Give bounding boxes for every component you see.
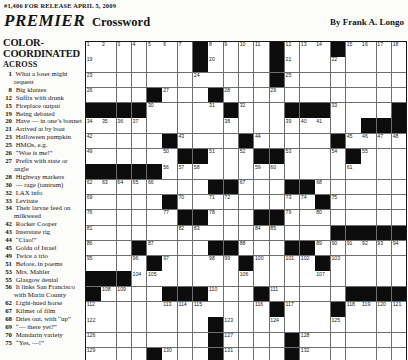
grid-cell[interactable]: 20 [208, 57, 223, 72]
grid-cell[interactable] [178, 118, 193, 133]
grid-cell[interactable] [346, 271, 361, 286]
grid-cell[interactable] [392, 88, 407, 103]
grid-cell[interactable]: 108 [101, 287, 116, 302]
grid-cell[interactable]: 44 [254, 134, 269, 149]
grid-cell[interactable] [331, 73, 346, 88]
grid-cell[interactable]: 100 [254, 256, 269, 271]
grid-cell[interactable]: 71 [208, 195, 223, 210]
grid-cell[interactable] [132, 348, 147, 360]
grid-cell[interactable]: 94 [392, 241, 407, 256]
grid-cell[interactable] [315, 333, 330, 348]
grid-cell[interactable] [300, 317, 315, 332]
grid-cell[interactable]: 63 [101, 180, 116, 195]
grid-cell[interactable] [331, 180, 346, 195]
grid-cell[interactable]: 93 [377, 241, 392, 256]
grid-cell[interactable] [331, 333, 346, 348]
grid-cell[interactable] [117, 149, 132, 164]
grid-cell[interactable] [331, 210, 346, 225]
grid-cell[interactable] [193, 118, 208, 133]
grid-cell[interactable] [193, 103, 208, 118]
grid-cell[interactable]: 61 [346, 164, 361, 179]
grid-cell[interactable] [377, 88, 392, 103]
grid-cell[interactable] [193, 195, 208, 210]
grid-cell[interactable]: 122 [86, 317, 101, 332]
grid-cell[interactable] [162, 241, 177, 256]
grid-cell[interactable]: 9 [224, 42, 239, 57]
grid-cell[interactable] [162, 73, 177, 88]
grid-cell[interactable] [254, 271, 269, 286]
grid-cell[interactable]: 43 [178, 134, 193, 149]
grid-cell[interactable] [117, 195, 132, 210]
grid-cell[interactable] [101, 134, 116, 149]
grid-cell[interactable]: 52 [239, 149, 254, 164]
grid-cell[interactable] [346, 333, 361, 348]
grid-cell[interactable]: 82 [178, 226, 193, 241]
grid-cell[interactable] [285, 271, 300, 286]
grid-cell[interactable]: 81 [86, 226, 101, 241]
grid-cell[interactable] [315, 57, 330, 72]
grid-cell[interactable]: 107 [315, 271, 330, 286]
grid-cell[interactable]: 2 [101, 42, 116, 57]
grid-cell[interactable] [254, 103, 269, 118]
grid-cell[interactable] [377, 149, 392, 164]
grid-cell[interactable]: 3 [117, 42, 132, 57]
grid-cell[interactable] [270, 348, 285, 360]
grid-cell[interactable] [254, 333, 269, 348]
grid-cell[interactable] [224, 271, 239, 286]
grid-cell[interactable] [392, 348, 407, 360]
grid-cell[interactable] [315, 287, 330, 302]
grid-cell[interactable] [147, 118, 162, 133]
grid-cell[interactable] [101, 317, 116, 332]
grid-cell[interactable] [117, 73, 132, 88]
grid-cell[interactable]: 80 [315, 210, 330, 225]
grid-cell[interactable] [377, 73, 392, 88]
grid-cell[interactable]: 113 [162, 302, 177, 317]
grid-cell[interactable] [300, 88, 315, 103]
grid-cell[interactable]: 129 [86, 348, 101, 360]
grid-cell[interactable]: 79 [285, 210, 300, 225]
grid-cell[interactable]: 58 [193, 164, 208, 179]
grid-cell[interactable] [101, 348, 116, 360]
grid-cell[interactable]: 106 [239, 271, 254, 286]
grid-cell[interactable] [117, 226, 132, 241]
grid-cell[interactable]: 25 [285, 73, 300, 88]
grid-cell[interactable] [239, 210, 254, 225]
grid-cell[interactable] [392, 317, 407, 332]
grid-cell[interactable]: 78 [208, 210, 223, 225]
grid-cell[interactable] [346, 256, 361, 271]
grid-cell[interactable] [224, 73, 239, 88]
grid-cell[interactable]: 10 [239, 42, 254, 57]
grid-cell[interactable] [331, 118, 346, 133]
grid-cell[interactable]: 112 [86, 302, 101, 317]
grid-cell[interactable] [239, 73, 254, 88]
grid-cell[interactable] [101, 195, 116, 210]
grid-cell[interactable]: 48 [392, 134, 407, 149]
grid-cell[interactable] [101, 256, 116, 271]
grid-cell[interactable] [132, 226, 147, 241]
grid-cell[interactable] [117, 134, 132, 149]
grid-cell[interactable] [392, 57, 407, 72]
grid-cell[interactable]: 5 [147, 42, 162, 57]
grid-cell[interactable] [346, 88, 361, 103]
grid-cell[interactable]: 72 [224, 195, 239, 210]
grid-cell[interactable] [239, 195, 254, 210]
grid-cell[interactable]: 21 [285, 57, 300, 72]
grid-cell[interactable]: 90 [331, 241, 346, 256]
grid-cell[interactable] [193, 333, 208, 348]
grid-cell[interactable]: 66 [147, 180, 162, 195]
grid-cell[interactable] [117, 317, 132, 332]
grid-cell[interactable] [239, 302, 254, 317]
grid-cell[interactable] [224, 226, 239, 241]
grid-cell[interactable]: 105 [147, 271, 162, 286]
grid-cell[interactable]: 111 [270, 287, 285, 302]
grid-cell[interactable]: 68 [315, 180, 330, 195]
grid-cell[interactable]: 24 [193, 73, 208, 88]
grid-cell[interactable] [346, 103, 361, 118]
grid-cell[interactable] [239, 333, 254, 348]
grid-cell[interactable] [132, 317, 147, 332]
grid-cell[interactable] [315, 302, 330, 317]
grid-cell[interactable] [224, 210, 239, 225]
grid-cell[interactable] [208, 226, 223, 241]
grid-cell[interactable]: 116 [254, 302, 269, 317]
grid-cell[interactable]: 50 [162, 149, 177, 164]
grid-cell[interactable] [101, 226, 116, 241]
grid-cell[interactable]: 83 [193, 226, 208, 241]
grid-cell[interactable]: 51 [208, 149, 223, 164]
grid-cell[interactable]: 91 [346, 241, 361, 256]
grid-cell[interactable] [254, 73, 269, 88]
grid-cell[interactable]: 54 [331, 149, 346, 164]
grid-cell[interactable] [377, 271, 392, 286]
grid-cell[interactable] [270, 180, 285, 195]
grid-cell[interactable] [377, 256, 392, 271]
grid-cell[interactable]: 89 [315, 241, 330, 256]
grid-cell[interactable]: 97 [162, 256, 177, 271]
grid-cell[interactable] [285, 164, 300, 179]
grid-cell[interactable] [239, 226, 254, 241]
grid-cell[interactable] [346, 348, 361, 360]
grid-cell[interactable] [208, 271, 223, 286]
grid-cell[interactable]: 120 [377, 302, 392, 317]
grid-cell[interactable]: 32 [239, 103, 254, 118]
grid-cell[interactable]: 95 [86, 256, 101, 271]
grid-cell[interactable]: 67 [239, 180, 254, 195]
grid-cell[interactable] [147, 195, 162, 210]
grid-cell[interactable] [162, 317, 177, 332]
grid-cell[interactable] [346, 195, 361, 210]
grid-cell[interactable]: 99 [224, 256, 239, 271]
grid-cell[interactable] [254, 88, 269, 103]
grid-cell[interactable]: 88 [239, 241, 254, 256]
grid-cell[interactable]: 18 [392, 42, 407, 57]
grid-cell[interactable] [101, 210, 116, 225]
grid-cell[interactable]: 124 [270, 317, 285, 332]
grid-cell[interactable] [117, 256, 132, 271]
grid-cell[interactable] [178, 333, 193, 348]
grid-cell[interactable]: 37 [132, 118, 147, 133]
grid-cell[interactable]: 31 [208, 103, 223, 118]
grid-cell[interactable]: 114 [178, 302, 193, 317]
grid-cell[interactable] [132, 333, 147, 348]
grid-cell[interactable] [392, 73, 407, 88]
grid-cell[interactable] [239, 57, 254, 72]
grid-cell[interactable] [208, 164, 223, 179]
grid-cell[interactable] [377, 57, 392, 72]
grid-cell[interactable] [193, 256, 208, 271]
grid-cell[interactable]: 75 [331, 195, 346, 210]
grid-cell[interactable] [132, 134, 147, 149]
grid-cell[interactable] [178, 88, 193, 103]
grid-cell[interactable] [285, 317, 300, 332]
grid-cell[interactable] [254, 180, 269, 195]
grid-cell[interactable] [346, 210, 361, 225]
grid-cell[interactable] [254, 195, 269, 210]
grid-cell[interactable] [361, 210, 376, 225]
grid-cell[interactable] [147, 210, 162, 225]
grid-cell[interactable] [392, 195, 407, 210]
grid-cell[interactable] [392, 164, 407, 179]
grid-cell[interactable]: 26 [86, 88, 101, 103]
grid-cell[interactable]: 85 [270, 226, 285, 241]
grid-cell[interactable] [315, 164, 330, 179]
grid-cell[interactable]: 46 [361, 134, 376, 149]
grid-cell[interactable] [178, 73, 193, 88]
grid-cell[interactable] [224, 164, 239, 179]
grid-cell[interactable] [147, 317, 162, 332]
grid-cell[interactable] [224, 57, 239, 72]
grid-cell[interactable] [285, 226, 300, 241]
grid-cell[interactable]: 62 [86, 180, 101, 195]
grid-cell[interactable]: 16 [361, 42, 376, 57]
grid-cell[interactable] [331, 271, 346, 286]
grid-cell[interactable]: 123 [224, 317, 239, 332]
grid-cell[interactable] [132, 287, 147, 302]
grid-cell[interactable]: 109 [117, 287, 132, 302]
grid-cell[interactable] [147, 287, 162, 302]
grid-cell[interactable]: 98 [208, 256, 223, 271]
grid-cell[interactable] [331, 287, 346, 302]
grid-cell[interactable] [300, 302, 315, 317]
grid-cell[interactable]: 128 [300, 333, 315, 348]
grid-cell[interactable] [270, 195, 285, 210]
grid-cell[interactable] [147, 73, 162, 88]
grid-cell[interactable] [254, 57, 269, 72]
grid-cell[interactable] [254, 317, 269, 332]
grid-cell[interactable]: 4 [132, 42, 147, 57]
grid-cell[interactable]: 64 [117, 180, 132, 195]
grid-cell[interactable] [117, 348, 132, 360]
grid-cell[interactable]: 34 [86, 118, 101, 133]
grid-cell[interactable] [377, 195, 392, 210]
grid-cell[interactable]: 47 [377, 134, 392, 149]
grid-cell[interactable]: 131 [224, 348, 239, 360]
grid-cell[interactable] [178, 241, 193, 256]
grid-cell[interactable]: 55 [361, 149, 376, 164]
grid-cell[interactable] [270, 256, 285, 271]
grid-cell[interactable]: 84 [254, 226, 269, 241]
grid-cell[interactable] [361, 164, 376, 179]
grid-cell[interactable] [346, 317, 361, 332]
grid-cell[interactable] [239, 118, 254, 133]
grid-cell[interactable]: 27 [162, 88, 177, 103]
grid-cell[interactable]: 42 [86, 134, 101, 149]
grid-cell[interactable]: 70 [178, 195, 193, 210]
grid-cell[interactable]: 56 [162, 164, 177, 179]
grid-cell[interactable]: 57 [178, 164, 193, 179]
grid-cell[interactable] [208, 73, 223, 88]
grid-cell[interactable]: 127 [224, 333, 239, 348]
grid-cell[interactable] [239, 164, 254, 179]
grid-cell[interactable] [147, 333, 162, 348]
grid-cell[interactable] [331, 164, 346, 179]
grid-cell[interactable] [377, 317, 392, 332]
grid-cell[interactable] [300, 226, 315, 241]
grid-cell[interactable]: 101 [285, 256, 300, 271]
grid-cell[interactable] [270, 103, 285, 118]
grid-cell[interactable] [331, 348, 346, 360]
grid-cell[interactable]: 19 [86, 57, 101, 72]
grid-cell[interactable]: 130 [162, 348, 177, 360]
grid-cell[interactable] [315, 134, 330, 149]
grid-cell[interactable] [178, 57, 193, 72]
grid-cell[interactable]: 23 [86, 73, 101, 88]
grid-cell[interactable] [300, 271, 315, 286]
grid-cell[interactable]: 12 [285, 42, 300, 57]
grid-cell[interactable] [346, 180, 361, 195]
grid-cell[interactable] [300, 134, 315, 149]
grid-cell[interactable] [101, 57, 116, 72]
grid-cell[interactable] [132, 149, 147, 164]
grid-cell[interactable] [361, 317, 376, 332]
grid-cell[interactable]: 117 [285, 302, 300, 317]
grid-cell[interactable] [392, 256, 407, 271]
grid-cell[interactable] [346, 118, 361, 133]
grid-cell[interactable] [377, 180, 392, 195]
grid-cell[interactable] [300, 149, 315, 164]
grid-cell[interactable] [224, 302, 239, 317]
grid-cell[interactable] [270, 118, 285, 133]
grid-cell[interactable] [193, 180, 208, 195]
grid-cell[interactable] [224, 287, 239, 302]
grid-cell[interactable] [361, 57, 376, 72]
grid-cell[interactable] [285, 88, 300, 103]
grid-cell[interactable] [377, 164, 392, 179]
grid-cell[interactable] [101, 88, 116, 103]
grid-cell[interactable] [147, 57, 162, 72]
grid-cell[interactable] [239, 88, 254, 103]
grid-cell[interactable]: 30 [147, 103, 162, 118]
grid-cell[interactable]: 17 [377, 42, 392, 57]
grid-cell[interactable] [315, 149, 330, 164]
grid-cell[interactable] [239, 317, 254, 332]
grid-cell[interactable]: 60 [270, 164, 285, 179]
grid-cell[interactable]: 65 [132, 180, 147, 195]
grid-cell[interactable] [270, 271, 285, 286]
grid-cell[interactable] [101, 241, 116, 256]
grid-cell[interactable] [162, 180, 177, 195]
grid-cell[interactable]: 39 [285, 118, 300, 133]
grid-cell[interactable] [361, 195, 376, 210]
grid-cell[interactable] [193, 271, 208, 286]
grid-cell[interactable] [162, 118, 177, 133]
grid-cell[interactable]: 35 [101, 118, 116, 133]
grid-cell[interactable] [315, 348, 330, 360]
grid-cell[interactable]: 126 [86, 333, 101, 348]
grid-cell[interactable]: 22 [331, 57, 346, 72]
grid-cell[interactable] [254, 348, 269, 360]
grid-cell[interactable] [361, 333, 376, 348]
grid-cell[interactable] [193, 317, 208, 332]
grid-cell[interactable] [346, 73, 361, 88]
grid-cell[interactable] [300, 57, 315, 72]
grid-cell[interactable] [178, 317, 193, 332]
grid-cell[interactable] [300, 73, 315, 88]
grid-cell[interactable] [147, 302, 162, 317]
grid-cell[interactable] [300, 287, 315, 302]
grid-cell[interactable]: 119 [361, 302, 376, 317]
grid-cell[interactable]: 86 [86, 241, 101, 256]
grid-cell[interactable]: 49 [86, 149, 101, 164]
grid-cell[interactable] [315, 317, 330, 332]
grid-cell[interactable]: 87 [147, 241, 162, 256]
grid-cell[interactable]: 102 [300, 256, 315, 271]
grid-cell[interactable] [132, 302, 147, 317]
grid-cell[interactable]: 103 [331, 256, 346, 271]
grid-cell[interactable] [239, 287, 254, 302]
grid-cell[interactable] [377, 333, 392, 348]
grid-cell[interactable] [208, 134, 223, 149]
grid-cell[interactable] [361, 73, 376, 88]
grid-cell[interactable] [392, 149, 407, 164]
grid-cell[interactable]: 77 [162, 210, 177, 225]
grid-cell[interactable] [315, 73, 330, 88]
grid-cell[interactable] [377, 210, 392, 225]
grid-cell[interactable]: 7 [178, 42, 193, 57]
grid-cell[interactable]: 125 [331, 317, 346, 332]
grid-cell[interactable]: 118 [346, 302, 361, 317]
grid-cell[interactable]: 132 [300, 348, 315, 360]
grid-cell[interactable] [392, 210, 407, 225]
grid-cell[interactable] [208, 302, 223, 317]
grid-cell[interactable] [178, 271, 193, 286]
grid-cell[interactable]: 115 [193, 302, 208, 317]
grid-cell[interactable] [117, 241, 132, 256]
grid-cell[interactable] [162, 226, 177, 241]
grid-cell[interactable] [117, 210, 132, 225]
grid-cell[interactable]: 15 [346, 42, 361, 57]
grid-cell[interactable] [315, 226, 330, 241]
grid-cell[interactable] [346, 57, 361, 72]
grid-cell[interactable] [101, 302, 116, 317]
grid-cell[interactable] [239, 348, 254, 360]
grid-cell[interactable]: 45 [346, 134, 361, 149]
grid-cell[interactable] [361, 348, 376, 360]
grid-cell[interactable] [132, 195, 147, 210]
grid-cell[interactable] [162, 333, 177, 348]
grid-cell[interactable]: 92 [361, 241, 376, 256]
grid-cell[interactable] [162, 271, 177, 286]
grid-cell[interactable] [132, 73, 147, 88]
grid-cell[interactable] [101, 333, 116, 348]
grid-cell[interactable]: 1 [86, 42, 101, 57]
grid-cell[interactable] [193, 241, 208, 256]
grid-cell[interactable]: 104 [132, 271, 147, 286]
grid-cell[interactable]: 6 [162, 42, 177, 57]
